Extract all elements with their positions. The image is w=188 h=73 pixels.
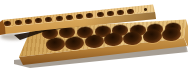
rail-pit-9[interactable]	[86, 13, 94, 18]
rail-pits	[0, 0, 188, 73]
rail-pit-1[interactable]	[4, 21, 12, 26]
wood-knot-icon	[144, 8, 147, 11]
rail-pit-10[interactable]	[96, 12, 104, 17]
wooden-pit-boards-photo	[0, 0, 188, 73]
rail-pit-5[interactable]	[45, 17, 53, 22]
rail-pit-6[interactable]	[55, 16, 63, 21]
rail-pit-4[interactable]	[35, 18, 43, 23]
rail-pit-13[interactable]	[127, 9, 135, 14]
rail-pit-2[interactable]	[14, 20, 22, 25]
rail-pit-3[interactable]	[25, 19, 33, 24]
rail-pit-8[interactable]	[76, 14, 84, 19]
rail-pit-7[interactable]	[66, 15, 74, 20]
rail-pit-12[interactable]	[117, 10, 125, 15]
rail-pit-11[interactable]	[107, 11, 115, 16]
